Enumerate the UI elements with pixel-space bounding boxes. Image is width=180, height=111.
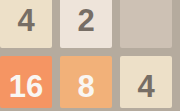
- tile-8: 8: [60, 56, 112, 108]
- tile-value: 4: [17, 5, 34, 36]
- tile-value: 16: [9, 71, 43, 102]
- tile-value: 4: [137, 71, 154, 102]
- empty-cell: [120, 0, 172, 48]
- tile-value: 8: [77, 71, 94, 102]
- tile-4: 4: [0, 0, 52, 48]
- tile-value: 2: [77, 5, 94, 36]
- tile-4: 4: [120, 56, 172, 108]
- tile-16: 16: [0, 56, 52, 108]
- tile-2: 2: [60, 0, 112, 48]
- game-board[interactable]: 4 2 16 8 4: [0, 0, 180, 111]
